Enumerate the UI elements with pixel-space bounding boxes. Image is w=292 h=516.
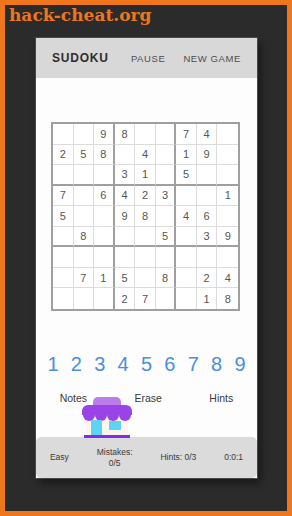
sudoku-cell-r3c1[interactable]: [53, 165, 74, 186]
sudoku-cell-r2c5[interactable]: 4: [135, 145, 156, 166]
sudoku-cell-r3c7[interactable]: 5: [176, 165, 197, 186]
sudoku-cell-r2c8[interactable]: 9: [197, 145, 218, 166]
sudoku-cell-r8c2[interactable]: 7: [74, 268, 95, 289]
sudoku-cell-r3c2[interactable]: [74, 165, 95, 186]
keypad-digit-1[interactable]: 1: [44, 353, 62, 376]
storefront-base: [84, 435, 130, 438]
pause-button[interactable]: PAUSE: [131, 53, 166, 64]
sudoku-cell-r4c1[interactable]: 7: [53, 186, 74, 207]
sudoku-cell-r2c1[interactable]: 2: [53, 145, 74, 166]
sudoku-cell-r5c8[interactable]: 6: [197, 206, 218, 227]
sudoku-cell-r7c6[interactable]: [156, 247, 177, 268]
erase-button[interactable]: Erase: [135, 392, 162, 404]
sudoku-cell-r9c3[interactable]: [94, 288, 115, 309]
sudoku-cell-r4c8[interactable]: [197, 186, 218, 207]
sudoku-cell-r5c6[interactable]: [156, 206, 177, 227]
watermark-text: hack-cheat.org: [9, 5, 151, 25]
sudoku-cell-r1c4[interactable]: 8: [115, 124, 136, 145]
sudoku-cell-r8c7[interactable]: [176, 268, 197, 289]
keypad-digit-4[interactable]: 4: [114, 353, 132, 376]
sudoku-cell-r7c3[interactable]: [94, 247, 115, 268]
sudoku-cell-r1c1[interactable]: [53, 124, 74, 145]
sudoku-cell-r1c8[interactable]: 4: [197, 124, 218, 145]
sudoku-cell-r7c4[interactable]: [115, 247, 136, 268]
sudoku-cell-r2c2[interactable]: 5: [74, 145, 95, 166]
difficulty-label: Easy: [50, 452, 69, 463]
keypad-digit-5[interactable]: 5: [138, 353, 156, 376]
sudoku-cell-r6c9[interactable]: 9: [217, 227, 238, 248]
storefront-window: [109, 421, 121, 430]
keypad-digit-6[interactable]: 6: [161, 353, 179, 376]
sudoku-cell-r9c4[interactable]: 2: [115, 288, 136, 309]
sudoku-cell-r5c9[interactable]: [217, 206, 238, 227]
sudoku-cell-r2c9[interactable]: [217, 145, 238, 166]
sudoku-cell-r9c7[interactable]: [176, 288, 197, 309]
sudoku-cell-r6c8[interactable]: 3: [197, 227, 218, 248]
app-header: SUDOKU PAUSE NEW GAME: [36, 38, 257, 78]
new-game-button[interactable]: NEW GAME: [183, 53, 241, 64]
hints-button[interactable]: Hints: [209, 392, 233, 404]
sudoku-cell-r6c5[interactable]: [135, 227, 156, 248]
sudoku-cell-r2c7[interactable]: 1: [176, 145, 197, 166]
keypad-digit-2[interactable]: 2: [67, 353, 85, 376]
sudoku-cell-r3c3[interactable]: [94, 165, 115, 186]
mistakes-label: Mistakes:: [97, 447, 133, 458]
sudoku-cell-r7c7[interactable]: [176, 247, 197, 268]
status-bar: Easy Mistakes: 0/5 Hints: 0/3 0:0:1: [36, 437, 257, 478]
sudoku-cell-r3c4[interactable]: 3: [115, 165, 136, 186]
sudoku-cell-r3c5[interactable]: 1: [135, 165, 156, 186]
sudoku-cell-r3c6[interactable]: [156, 165, 177, 186]
sudoku-cell-r8c1[interactable]: [53, 268, 74, 289]
sudoku-cell-r9c2[interactable]: [74, 288, 95, 309]
keypad-digit-3[interactable]: 3: [91, 353, 109, 376]
sudoku-cell-r6c7[interactable]: [176, 227, 197, 248]
sudoku-cell-r7c2[interactable]: [74, 247, 95, 268]
sudoku-cell-r5c1[interactable]: 5: [53, 206, 74, 227]
sudoku-grid[interactable]: 98742584193157642315984685397158242718: [51, 122, 240, 311]
sudoku-cell-r9c1[interactable]: [53, 288, 74, 309]
sudoku-cell-r4c3[interactable]: 6: [94, 186, 115, 207]
sudoku-cell-r8c8[interactable]: 2: [197, 268, 218, 289]
sudoku-cell-r9c8[interactable]: 1: [197, 288, 218, 309]
sudoku-cell-r5c3[interactable]: [94, 206, 115, 227]
sudoku-cell-r1c7[interactable]: 7: [176, 124, 197, 145]
sudoku-cell-r1c5[interactable]: [135, 124, 156, 145]
sudoku-cell-r5c7[interactable]: 4: [176, 206, 197, 227]
timer: 0:0:1: [224, 452, 243, 463]
sudoku-cell-r1c6[interactable]: [156, 124, 177, 145]
sudoku-cell-r8c9[interactable]: 4: [217, 268, 238, 289]
phone-screen: SUDOKU PAUSE NEW GAME 987425841931576423…: [36, 38, 257, 478]
sudoku-cell-r8c5[interactable]: [135, 268, 156, 289]
action-row: Notes Erase Hints: [36, 390, 257, 406]
screenshot-frame: hack-cheat.org SUDOKU PAUSE NEW GAME 987…: [0, 0, 292, 516]
keypad-digit-9[interactable]: 9: [231, 353, 249, 376]
storefront-door: [91, 420, 102, 435]
sudoku-cell-r1c9[interactable]: [217, 124, 238, 145]
sudoku-cell-r2c6[interactable]: [156, 145, 177, 166]
hints-counter: Hints: 0/3: [160, 452, 196, 463]
sudoku-cell-r4c5[interactable]: 2: [135, 186, 156, 207]
sudoku-cell-r5c2[interactable]: [74, 206, 95, 227]
sudoku-cell-r9c9[interactable]: 8: [217, 288, 238, 309]
sudoku-cell-r6c4[interactable]: [115, 227, 136, 248]
sudoku-cell-r1c3[interactable]: 9: [94, 124, 115, 145]
keypad-digit-8[interactable]: 8: [208, 353, 226, 376]
sudoku-cell-r6c1[interactable]: [53, 227, 74, 248]
storefront-icon[interactable]: [82, 397, 132, 438]
number-pad[interactable]: 123456789: [44, 351, 249, 377]
sudoku-cell-r7c5[interactable]: [135, 247, 156, 268]
keypad-digit-7[interactable]: 7: [184, 353, 202, 376]
sudoku-cell-r8c4[interactable]: 5: [115, 268, 136, 289]
sudoku-cell-r2c4[interactable]: [115, 145, 136, 166]
sudoku-cell-r6c3[interactable]: [94, 227, 115, 248]
sudoku-cell-r1c2[interactable]: [74, 124, 95, 145]
sudoku-cell-r9c5[interactable]: 7: [135, 288, 156, 309]
sudoku-cell-r6c2[interactable]: 8: [74, 227, 95, 248]
sudoku-cell-r4c7[interactable]: [176, 186, 197, 207]
sudoku-cell-r6c6[interactable]: 5: [156, 227, 177, 248]
sudoku-cell-r7c9[interactable]: [217, 247, 238, 268]
sudoku-cell-r4c4[interactable]: 4: [115, 186, 136, 207]
sudoku-cell-r7c8[interactable]: [197, 247, 218, 268]
sudoku-cell-r8c6[interactable]: 8: [156, 268, 177, 289]
sudoku-cell-r5c4[interactable]: 9: [115, 206, 136, 227]
sudoku-cell-r4c9[interactable]: 1: [217, 186, 238, 207]
sudoku-cell-r5c5[interactable]: 8: [135, 206, 156, 227]
sudoku-cell-r4c2[interactable]: [74, 186, 95, 207]
sudoku-cell-r7c1[interactable]: [53, 247, 74, 268]
mistakes-counter: Mistakes: 0/5: [97, 447, 133, 468]
sudoku-cell-r4c6[interactable]: 3: [156, 186, 177, 207]
sudoku-cell-r8c3[interactable]: 1: [94, 268, 115, 289]
sudoku-cell-r3c8[interactable]: [197, 165, 218, 186]
mistakes-value: 0/5: [97, 458, 133, 469]
sudoku-cell-r9c6[interactable]: [156, 288, 177, 309]
sudoku-cell-r3c9[interactable]: [217, 165, 238, 186]
sudoku-cell-r2c3[interactable]: 8: [94, 145, 115, 166]
page-title: SUDOKU: [52, 51, 109, 65]
